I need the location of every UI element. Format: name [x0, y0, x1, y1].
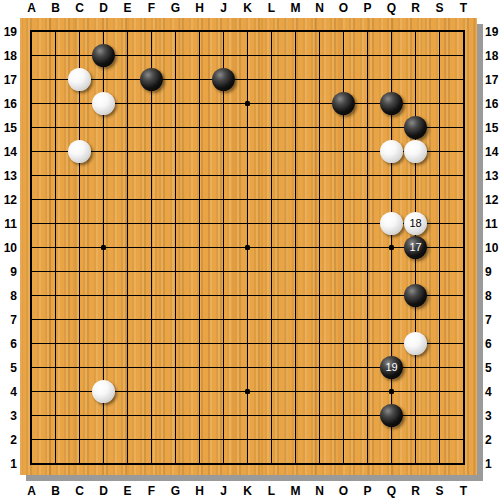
- row-label-left-11: 11: [1, 217, 17, 231]
- column-label-bottom-G: G: [164, 484, 188, 498]
- column-label-bottom-P: P: [356, 484, 380, 498]
- row-label-right-7: 7: [485, 313, 500, 327]
- stone-black-Q5[interactable]: 19: [380, 356, 403, 379]
- row-label-right-4: 4: [485, 385, 500, 399]
- column-label-top-D: D: [92, 1, 116, 15]
- column-label-bottom-O: O: [332, 484, 356, 498]
- column-label-bottom-H: H: [188, 484, 212, 498]
- row-label-left-17: 17: [1, 73, 17, 87]
- row-label-left-19: 19: [1, 25, 17, 39]
- row-label-left-5: 5: [1, 361, 17, 375]
- stone-white-R11[interactable]: 18: [404, 212, 427, 235]
- row-label-left-9: 9: [1, 265, 17, 279]
- row-label-right-8: 8: [485, 289, 500, 303]
- stone-white-Q11[interactable]: [380, 212, 403, 235]
- row-label-right-11: 11: [485, 217, 500, 231]
- row-label-left-3: 3: [1, 409, 17, 423]
- row-label-right-18: 18: [485, 49, 500, 63]
- column-label-top-B: B: [44, 1, 68, 15]
- stone-black-R8[interactable]: [404, 284, 427, 307]
- column-label-bottom-F: F: [140, 484, 164, 498]
- stone-white-C17[interactable]: [68, 68, 91, 91]
- row-label-left-15: 15: [1, 121, 17, 135]
- row-label-left-12: 12: [1, 193, 17, 207]
- star-point-K16: [245, 101, 250, 106]
- column-label-top-C: C: [68, 1, 92, 15]
- star-point-Q10: [389, 245, 394, 250]
- row-label-right-19: 19: [485, 25, 500, 39]
- row-label-right-13: 13: [485, 169, 500, 183]
- column-label-bottom-S: S: [428, 484, 452, 498]
- column-label-top-N: N: [308, 1, 332, 15]
- row-label-left-4: 4: [1, 385, 17, 399]
- stone-white-R14[interactable]: [404, 140, 427, 163]
- stone-black-D18[interactable]: [92, 44, 115, 67]
- stone-black-O16[interactable]: [332, 92, 355, 115]
- column-label-bottom-M: M: [284, 484, 308, 498]
- star-point-K10: [245, 245, 250, 250]
- column-label-bottom-B: B: [44, 484, 68, 498]
- stone-white-R6[interactable]: [404, 332, 427, 355]
- stone-black-R10[interactable]: 17: [404, 236, 427, 259]
- star-point-Q4: [389, 389, 394, 394]
- column-label-top-A: A: [20, 1, 44, 15]
- column-label-top-G: G: [164, 1, 188, 15]
- row-label-left-14: 14: [1, 145, 17, 159]
- row-label-left-18: 18: [1, 49, 17, 63]
- column-label-bottom-D: D: [92, 484, 116, 498]
- column-label-bottom-K: K: [236, 484, 260, 498]
- stone-black-Q3[interactable]: [380, 404, 403, 427]
- column-label-top-J: J: [212, 1, 236, 15]
- row-label-left-10: 10: [1, 241, 17, 255]
- column-label-top-S: S: [428, 1, 452, 15]
- row-label-right-2: 2: [485, 433, 500, 447]
- column-label-top-P: P: [356, 1, 380, 15]
- column-label-bottom-A: A: [20, 484, 44, 498]
- stone-black-R15[interactable]: [404, 116, 427, 139]
- row-label-left-2: 2: [1, 433, 17, 447]
- row-label-right-9: 9: [485, 265, 500, 279]
- row-label-right-10: 10: [485, 241, 500, 255]
- row-label-right-17: 17: [485, 73, 500, 87]
- row-label-right-6: 6: [485, 337, 500, 351]
- row-label-left-1: 1: [1, 457, 17, 471]
- stone-white-Q14[interactable]: [380, 140, 403, 163]
- row-label-right-16: 16: [485, 97, 500, 111]
- column-label-top-O: O: [332, 1, 356, 15]
- stone-black-F17[interactable]: [140, 68, 163, 91]
- column-label-bottom-L: L: [260, 484, 284, 498]
- row-label-right-1: 1: [485, 457, 500, 471]
- column-label-top-R: R: [404, 1, 428, 15]
- row-label-right-12: 12: [485, 193, 500, 207]
- star-point-D10: [101, 245, 106, 250]
- row-label-left-16: 16: [1, 97, 17, 111]
- column-label-top-H: H: [188, 1, 212, 15]
- row-label-left-13: 13: [1, 169, 17, 183]
- star-point-K4: [245, 389, 250, 394]
- stone-black-J17[interactable]: [212, 68, 235, 91]
- row-label-right-14: 14: [485, 145, 500, 159]
- go-board-viewer: AABBCCDDEEFFGGHHJJKKLLMMNNOOPPQQRRSSTT19…: [0, 0, 500, 500]
- row-label-right-15: 15: [485, 121, 500, 135]
- row-label-left-7: 7: [1, 313, 17, 327]
- column-label-top-T: T: [452, 1, 476, 15]
- column-label-top-E: E: [116, 1, 140, 15]
- column-label-top-M: M: [284, 1, 308, 15]
- column-label-bottom-N: N: [308, 484, 332, 498]
- column-label-top-F: F: [140, 1, 164, 15]
- column-label-top-L: L: [260, 1, 284, 15]
- column-label-bottom-J: J: [212, 484, 236, 498]
- row-label-right-5: 5: [485, 361, 500, 375]
- column-label-bottom-C: C: [68, 484, 92, 498]
- row-label-left-6: 6: [1, 337, 17, 351]
- stone-white-D16[interactable]: [92, 92, 115, 115]
- column-label-bottom-T: T: [452, 484, 476, 498]
- stone-white-D4[interactable]: [92, 380, 115, 403]
- column-label-bottom-E: E: [116, 484, 140, 498]
- row-label-left-8: 8: [1, 289, 17, 303]
- column-label-bottom-R: R: [404, 484, 428, 498]
- column-label-top-K: K: [236, 1, 260, 15]
- column-label-top-Q: Q: [380, 1, 404, 15]
- stone-black-Q16[interactable]: [380, 92, 403, 115]
- row-label-right-3: 3: [485, 409, 500, 423]
- column-label-bottom-Q: Q: [380, 484, 404, 498]
- stone-white-C14[interactable]: [68, 140, 91, 163]
